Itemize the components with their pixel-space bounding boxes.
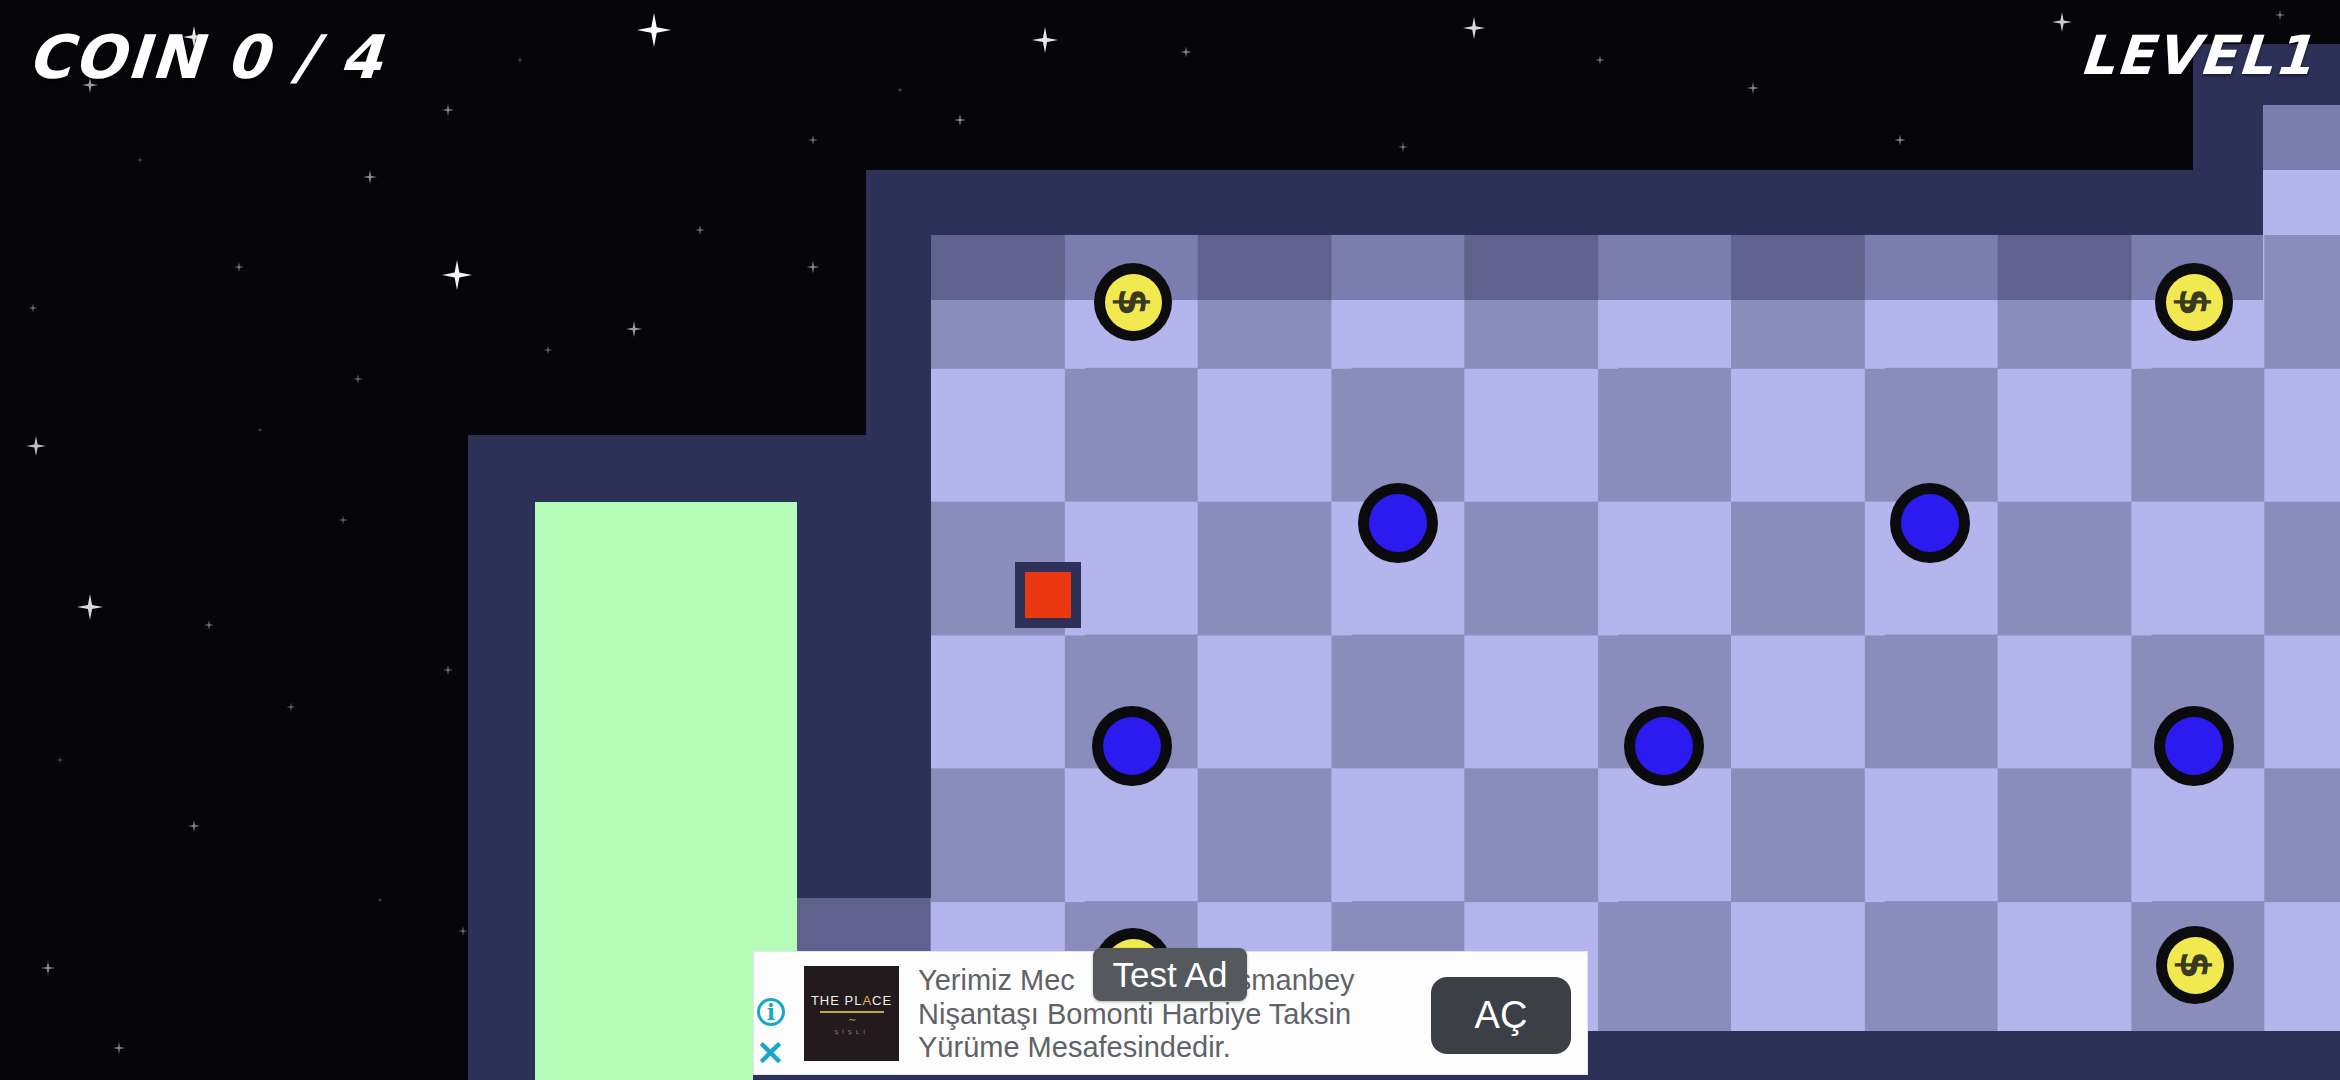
star-sparkle (897, 87, 903, 93)
star-sparkle (808, 135, 818, 145)
enemy-fill (1369, 494, 1427, 552)
star-sparkle (442, 260, 472, 290)
star-sparkle (544, 346, 553, 355)
dollar-icon: $ (1113, 288, 1153, 316)
enemy-fill (1103, 717, 1161, 775)
star-sparkle (257, 427, 263, 433)
goal-right-wall (797, 502, 931, 898)
star-sparkle (1463, 17, 1485, 39)
test-ad-chip: Test Ad (1093, 948, 1247, 1001)
wall-shadow (2263, 105, 2340, 170)
star-sparkle (626, 321, 642, 337)
ad-line2: Nişantaşı Bomonti Harbiye Taksin (918, 998, 1438, 1032)
star-sparkle (954, 114, 966, 126)
star-sparkle (443, 665, 453, 675)
star-sparkle (287, 703, 296, 712)
coin: $ (2155, 263, 2233, 341)
ad-open-button[interactable]: AÇ (1431, 977, 1571, 1054)
star-sparkle (1747, 82, 1759, 94)
ad-close-icon[interactable]: ✕ (756, 1036, 785, 1070)
logo-text: CE (872, 993, 892, 1008)
star-sparkle (41, 961, 55, 975)
star-sparkle (2052, 12, 2072, 32)
dollar-icon: $ (2174, 288, 2214, 316)
star-sparkle (57, 757, 64, 764)
ad-info-icon[interactable]: i (757, 998, 785, 1026)
star-sparkle (204, 620, 214, 630)
dollar-icon: $ (2175, 951, 2215, 979)
star-sparkle (517, 57, 523, 63)
coin-face: $ (1105, 274, 1162, 331)
enemy-blue-circle (1092, 706, 1172, 786)
enemy-fill (2165, 717, 2223, 775)
star-sparkle (458, 926, 468, 936)
enemy-fill (1635, 717, 1693, 775)
coin-counter: COIN 0 / 4 (26, 22, 387, 92)
star-sparkle (26, 436, 46, 456)
coin-face: $ (2167, 937, 2224, 994)
top-wall (866, 170, 2193, 235)
logo-rule (820, 1011, 884, 1013)
enemy-blue-circle (1624, 706, 1704, 786)
star-sparkle (637, 13, 671, 47)
star-sparkle (1595, 55, 1605, 65)
game-area[interactable]: $$$$ COIN 0 / 4 LEVEL1 i ✕ THE PLACE ~ Ş… (0, 0, 2340, 1080)
star-sparkle (1032, 27, 1058, 53)
star-sparkle (695, 225, 705, 235)
advertiser-logo: THE PLACE ~ ŞİŞLİ (804, 966, 899, 1061)
ad-line1-left: Yerimiz Mec (918, 964, 1075, 998)
star-sparkle (807, 261, 820, 274)
star-sparkle (1181, 47, 1192, 58)
enemy-blue-circle (2154, 706, 2234, 786)
enemy-blue-circle (1890, 483, 1970, 563)
star-sparkle (377, 897, 383, 903)
step-band (468, 435, 931, 502)
star-sparkle (1398, 142, 1408, 152)
logo-script: ~ (847, 1015, 855, 1025)
star-sparkle (188, 820, 200, 832)
left-wall-lower (468, 502, 535, 1080)
star-sparkle (234, 262, 244, 272)
star-sparkle (113, 1042, 125, 1054)
enemy-blue-circle (1358, 483, 1438, 563)
star-sparkle (137, 157, 143, 163)
star-sparkle (442, 104, 454, 116)
ad-line1-right: smanbey (1237, 964, 1355, 998)
star-sparkle (2275, 10, 2285, 20)
star-sparkle (339, 516, 348, 525)
coin: $ (1094, 263, 1172, 341)
left-wall-upper (866, 235, 931, 435)
enemy-fill (1901, 494, 1959, 552)
star-sparkle (29, 304, 38, 313)
floor-tiles (931, 235, 2340, 1031)
coin: $ (2156, 926, 2234, 1004)
logo-text: THE PL (811, 993, 863, 1008)
coin-face: $ (2166, 274, 2223, 331)
logo-text-accent: A (862, 993, 872, 1008)
star-sparkle (353, 374, 363, 384)
player-red-square[interactable] (1015, 562, 1081, 628)
level-label: LEVEL1 (2078, 24, 2316, 87)
star-sparkle (77, 594, 103, 620)
star-sparkle (1895, 135, 1906, 146)
star-sparkle (363, 170, 377, 184)
logo-subtext: ŞİŞLİ (834, 1029, 869, 1035)
ad-line3: Yürüme Mesafesindedir. (918, 1031, 1438, 1065)
